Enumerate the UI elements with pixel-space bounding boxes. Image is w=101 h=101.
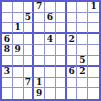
cell-r5c4-empty[interactable]	[34, 45, 45, 56]
cell-r3c3-empty[interactable]	[24, 23, 35, 34]
sudoku-board: 71561642895362719	[0, 0, 101, 101]
cell-r2c7-empty[interactable]	[67, 13, 78, 24]
cell-r5c7-empty[interactable]	[67, 45, 78, 56]
cell-r8c2-empty[interactable]	[13, 78, 24, 89]
cell-r9c9-empty[interactable]	[88, 88, 99, 99]
cell-r5c1-given-8[interactable]: 8	[2, 45, 13, 56]
cell-r9c2-empty[interactable]	[13, 88, 24, 99]
cell-r6c2-empty[interactable]	[13, 56, 24, 67]
cell-r7c8-given-2[interactable]: 2	[77, 67, 88, 78]
cell-r8c1-empty[interactable]	[2, 78, 13, 89]
cell-r4c9-empty[interactable]	[88, 34, 99, 45]
cell-r9c6-empty[interactable]	[56, 88, 67, 99]
cell-r9c3-empty[interactable]	[24, 88, 35, 99]
cell-r5c6-empty[interactable]	[56, 45, 67, 56]
cell-r3c4-empty[interactable]	[34, 23, 45, 34]
cell-r3c2-given-1[interactable]: 1	[13, 23, 24, 34]
cell-r2c5-given-6[interactable]: 6	[45, 13, 56, 24]
cell-r2c3-given-5[interactable]: 5	[24, 13, 35, 24]
cell-r9c4-given-9[interactable]: 9	[34, 88, 45, 99]
cell-r9c8-empty[interactable]	[77, 88, 88, 99]
cell-r8c7-empty[interactable]	[67, 78, 78, 89]
cell-r6c4-empty[interactable]	[34, 56, 45, 67]
cell-r3c7-empty[interactable]	[67, 23, 78, 34]
cell-r2c6-empty[interactable]	[56, 13, 67, 24]
cell-r8c4-given-1[interactable]: 1	[34, 78, 45, 89]
cell-r7c6-empty[interactable]	[56, 67, 67, 78]
cell-r6c5-empty[interactable]	[45, 56, 56, 67]
cell-r1c1-empty[interactable]	[2, 2, 13, 13]
cell-r4c6-empty[interactable]	[56, 34, 67, 45]
cell-r6c3-empty[interactable]	[24, 56, 35, 67]
cell-r9c5-empty[interactable]	[45, 88, 56, 99]
cell-r1c7-empty[interactable]	[67, 2, 78, 13]
cell-r1c6-empty[interactable]	[56, 2, 67, 13]
cell-r3c8-empty[interactable]	[77, 23, 88, 34]
cell-r9c7-empty[interactable]	[67, 88, 78, 99]
cell-r8c8-empty[interactable]	[77, 78, 88, 89]
cell-r4c8-empty[interactable]	[77, 34, 88, 45]
cell-r7c7-given-6[interactable]: 6	[67, 67, 78, 78]
cell-r7c5-empty[interactable]	[45, 67, 56, 78]
cell-r7c2-empty[interactable]	[13, 67, 24, 78]
cell-r4c4-empty[interactable]	[34, 34, 45, 45]
cell-r1c2-empty[interactable]	[13, 2, 24, 13]
cell-r7c4-empty[interactable]	[34, 67, 45, 78]
cell-r2c4-empty[interactable]	[34, 13, 45, 24]
cell-r7c9-empty[interactable]	[88, 67, 99, 78]
cell-r1c4-given-7[interactable]: 7	[34, 2, 45, 13]
cell-r4c3-empty[interactable]	[24, 34, 35, 45]
cell-r2c8-empty[interactable]	[77, 13, 88, 24]
cell-r6c1-empty[interactable]	[2, 56, 13, 67]
cell-r2c9-empty[interactable]	[88, 13, 99, 24]
cell-r1c8-empty[interactable]	[77, 2, 88, 13]
cell-r9c1-empty[interactable]	[2, 88, 13, 99]
cell-r5c3-empty[interactable]	[24, 45, 35, 56]
cell-r6c9-empty[interactable]	[88, 56, 99, 67]
cell-r4c5-given-4[interactable]: 4	[45, 34, 56, 45]
cell-r8c5-empty[interactable]	[45, 78, 56, 89]
cell-r6c6-empty[interactable]	[56, 56, 67, 67]
cell-r3c9-empty[interactable]	[88, 23, 99, 34]
cell-r5c9-empty[interactable]	[88, 45, 99, 56]
cell-r2c1-empty[interactable]	[2, 13, 13, 24]
cell-r3c6-empty[interactable]	[56, 23, 67, 34]
cell-r8c9-empty[interactable]	[88, 78, 99, 89]
cell-r5c5-empty[interactable]	[45, 45, 56, 56]
cell-r6c8-given-5[interactable]: 5	[77, 56, 88, 67]
cell-r5c2-given-9[interactable]: 9	[13, 45, 24, 56]
cell-r1c9-given-1[interactable]: 1	[88, 2, 99, 13]
cell-r3c1-empty[interactable]	[2, 23, 13, 34]
cell-r3c5-empty[interactable]	[45, 23, 56, 34]
cell-r7c1-given-3[interactable]: 3	[2, 67, 13, 78]
cell-r7c3-empty[interactable]	[24, 67, 35, 78]
cell-r6c7-empty[interactable]	[67, 56, 78, 67]
cell-r8c6-empty[interactable]	[56, 78, 67, 89]
cell-r4c7-given-2[interactable]: 2	[67, 34, 78, 45]
cell-r8c3-given-7[interactable]: 7	[24, 78, 35, 89]
